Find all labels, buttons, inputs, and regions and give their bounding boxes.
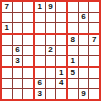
cell-r9c5[interactable] <box>46 89 56 99</box>
cell-r9c8-given[interactable]: 9 <box>79 89 89 99</box>
cell-r2c2[interactable] <box>13 13 23 23</box>
cell-r5c9[interactable] <box>89 46 99 56</box>
cell-r7c6-given[interactable]: 1 <box>56 68 66 78</box>
cell-r8c8[interactable] <box>79 79 89 89</box>
cell-r4c4[interactable] <box>35 35 45 45</box>
cell-r9c3[interactable] <box>23 89 33 99</box>
sudoku-block-8: 1643 <box>35 68 66 99</box>
cell-r3c5[interactable] <box>46 23 56 33</box>
sudoku-block-9: 59 <box>68 68 99 99</box>
cell-r8c1[interactable] <box>2 79 12 89</box>
cell-r1c1-given[interactable]: 7 <box>2 2 12 12</box>
cell-r7c7-given[interactable]: 5 <box>68 68 78 78</box>
sudoku-block-6: 871 <box>68 35 99 66</box>
cell-r4c6[interactable] <box>56 35 66 45</box>
cell-r1c2[interactable] <box>13 2 23 12</box>
sudoku-block-3: 6 <box>68 2 99 33</box>
cell-r4c2[interactable] <box>13 35 23 45</box>
cell-r3c2[interactable] <box>13 23 23 33</box>
cell-r5c6[interactable] <box>56 46 66 56</box>
cell-r5c1[interactable] <box>2 46 12 56</box>
cell-r8c3[interactable] <box>23 79 33 89</box>
cell-r6c2-given[interactable]: 3 <box>13 56 23 66</box>
sudoku-block-4: 63 <box>2 35 33 66</box>
cell-r8c5[interactable] <box>46 79 56 89</box>
cell-r3c6[interactable] <box>56 23 66 33</box>
cell-r7c1[interactable] <box>2 68 12 78</box>
cell-r7c5[interactable] <box>46 68 56 78</box>
cell-r6c3[interactable] <box>23 56 33 66</box>
sudoku-block-2: 19 <box>35 2 66 33</box>
cell-r5c5-given[interactable]: 2 <box>46 46 56 56</box>
cell-r6c1[interactable] <box>2 56 12 66</box>
cell-r4c8[interactable] <box>79 35 89 45</box>
cell-r8c7[interactable] <box>68 79 78 89</box>
cell-r8c2[interactable] <box>13 79 23 89</box>
cell-r8c9[interactable] <box>89 79 99 89</box>
cell-r2c1[interactable] <box>2 13 12 23</box>
cell-r1c5-given[interactable]: 9 <box>46 2 56 12</box>
cell-r2c7[interactable] <box>68 13 78 23</box>
cell-r5c4[interactable] <box>35 46 45 56</box>
sudoku-block-1: 71 <box>2 2 33 33</box>
cell-r4c3[interactable] <box>23 35 33 45</box>
cell-r6c8[interactable] <box>79 56 89 66</box>
cell-r3c1-given[interactable]: 1 <box>2 23 12 33</box>
cell-r4c9-given[interactable]: 7 <box>89 35 99 45</box>
cell-r7c3[interactable] <box>23 68 33 78</box>
cell-r2c4[interactable] <box>35 13 45 23</box>
cell-r2c5[interactable] <box>46 13 56 23</box>
cell-r4c5[interactable] <box>46 35 56 45</box>
cell-r1c6[interactable] <box>56 2 66 12</box>
cell-r1c7[interactable] <box>68 2 78 12</box>
cell-r5c2-given[interactable]: 6 <box>13 46 23 56</box>
cell-r5c3[interactable] <box>23 46 33 56</box>
cell-r9c4-given[interactable]: 3 <box>35 89 45 99</box>
cell-r5c8[interactable] <box>79 46 89 56</box>
cell-r7c9[interactable] <box>89 68 99 78</box>
cell-r2c9[interactable] <box>89 13 99 23</box>
cell-r2c3[interactable] <box>23 13 33 23</box>
cell-r9c6[interactable] <box>56 89 66 99</box>
cell-r7c4[interactable] <box>35 68 45 78</box>
cell-r3c7[interactable] <box>68 23 78 33</box>
cell-r6c9[interactable] <box>89 56 99 66</box>
cell-r8c6-given[interactable]: 4 <box>56 79 66 89</box>
cell-r7c8[interactable] <box>79 68 89 78</box>
cell-r6c5[interactable] <box>46 56 56 66</box>
cell-r3c3[interactable] <box>23 23 33 33</box>
cell-r9c1[interactable] <box>2 89 12 99</box>
cell-r3c4[interactable] <box>35 23 45 33</box>
cell-r5c7[interactable] <box>68 46 78 56</box>
cell-r1c4-given[interactable]: 1 <box>35 2 45 12</box>
cell-r1c8[interactable] <box>79 2 89 12</box>
cell-r6c6[interactable] <box>56 56 66 66</box>
sudoku-block-5: 2 <box>35 35 66 66</box>
cell-r6c7-given[interactable]: 1 <box>68 56 78 66</box>
cell-r3c9[interactable] <box>89 23 99 33</box>
cell-r4c7-given[interactable]: 8 <box>68 35 78 45</box>
cell-r4c1[interactable] <box>2 35 12 45</box>
cell-r9c9[interactable] <box>89 89 99 99</box>
cell-r7c2[interactable] <box>13 68 23 78</box>
cell-r6c4[interactable] <box>35 56 45 66</box>
sudoku-board: 71196632871164359 <box>0 0 101 101</box>
cell-r9c7[interactable] <box>68 89 78 99</box>
cell-r8c4-given[interactable]: 6 <box>35 79 45 89</box>
cell-r1c3[interactable] <box>23 2 33 12</box>
cell-r9c2[interactable] <box>13 89 23 99</box>
cell-r1c9[interactable] <box>89 2 99 12</box>
cell-r2c8-given[interactable]: 6 <box>79 13 89 23</box>
cell-r3c8[interactable] <box>79 23 89 33</box>
cell-r2c6[interactable] <box>56 13 66 23</box>
sudoku-block-7 <box>2 68 33 99</box>
